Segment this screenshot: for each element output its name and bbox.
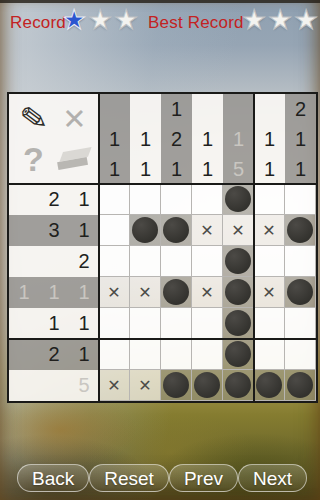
cell-r7c2[interactable]: ✕	[130, 370, 161, 401]
cell-r3c7[interactable]	[285, 246, 316, 277]
filled-dot-icon	[256, 372, 282, 398]
col-clue-4: 11	[192, 94, 223, 184]
cell-r6c7[interactable]	[285, 339, 316, 370]
prev-button[interactable]: Prev	[169, 464, 238, 492]
cell-r2c3[interactable]	[161, 215, 192, 246]
row-clue-number: 1	[69, 215, 99, 246]
filled-dot-icon	[163, 217, 189, 243]
cell-r7c7[interactable]	[285, 370, 316, 401]
col-clue-number: 2	[285, 94, 316, 124]
row-clue-7: 5	[9, 370, 99, 401]
cell-r1c1[interactable]	[99, 184, 130, 215]
cell-r5c7[interactable]	[285, 308, 316, 339]
cross-mark-icon: ✕	[107, 283, 120, 302]
screen: Record ★★★ Best Record ★★★ ✎ ✕ ? 1111121	[0, 0, 320, 500]
cell-r3c4[interactable]	[192, 246, 223, 277]
row-clue-number	[9, 370, 39, 401]
row-clue-1: 21	[9, 184, 99, 215]
col-clue-5: 15	[223, 94, 254, 184]
filled-dot-icon	[287, 217, 313, 243]
row-clue-number: 2	[69, 246, 99, 277]
cell-r3c1[interactable]	[99, 246, 130, 277]
thick-line-after-col5	[253, 94, 255, 401]
cell-r4c3[interactable]	[161, 277, 192, 308]
filled-dot-icon	[225, 341, 251, 367]
col-clue-number: 1	[99, 124, 130, 154]
cell-r1c4[interactable]	[192, 184, 223, 215]
mark-x-tool[interactable]: ✕	[55, 99, 95, 139]
cell-r5c6[interactable]	[254, 308, 285, 339]
cell-r5c1[interactable]	[99, 308, 130, 339]
eraser-icon	[55, 147, 94, 173]
col-clue-number: 1	[130, 124, 161, 154]
filled-dot-icon	[287, 279, 313, 305]
row-clue-number: 1	[69, 184, 99, 215]
record-stars: ★★★	[61, 5, 139, 35]
cell-r7c4[interactable]	[192, 370, 223, 401]
cross-mark-icon: ✕	[262, 283, 275, 302]
white-star-icon: ★	[113, 5, 139, 35]
cell-r1c5[interactable]	[223, 184, 254, 215]
cell-r6c1[interactable]	[99, 339, 130, 370]
col-clue-7: 211	[285, 94, 316, 184]
row-clue-5: 11	[9, 308, 99, 339]
row-clue-number: 1	[9, 277, 39, 308]
filled-dot-icon	[225, 279, 251, 305]
cell-r6c2[interactable]	[130, 339, 161, 370]
button-bar: Back Reset Prev Next	[0, 464, 320, 492]
cell-r3c3[interactable]	[161, 246, 192, 277]
thick-line-after-clue-col	[98, 94, 100, 401]
filled-dot-icon	[225, 372, 251, 398]
question-icon: ?	[23, 140, 44, 179]
row-clue-number	[9, 308, 39, 339]
row-clue-number: 1	[69, 308, 99, 339]
cell-r4c4[interactable]: ✕	[192, 277, 223, 308]
col-clue-number: 1	[192, 154, 223, 184]
next-button[interactable]: Next	[238, 464, 307, 492]
fill-tool[interactable]: ✎	[14, 99, 54, 139]
col-clue-number: 1	[285, 124, 316, 154]
col-clue-number: 1	[99, 154, 130, 184]
cell-r1c6[interactable]	[254, 184, 285, 215]
thick-line-after-clue-row	[9, 183, 316, 185]
cell-r6c5[interactable]	[223, 339, 254, 370]
row-clue-number: 2	[39, 339, 69, 370]
cell-r1c2[interactable]	[130, 184, 161, 215]
eraser-tool[interactable]	[55, 140, 95, 180]
cell-r7c5[interactable]	[223, 370, 254, 401]
row-clue-number: 1	[39, 277, 69, 308]
col-clue-number: 1	[161, 94, 192, 124]
col-clue-number: 1	[161, 154, 192, 184]
cross-mark-icon: ✕	[138, 283, 151, 302]
filled-dot-icon	[163, 372, 189, 398]
col-clue-number	[130, 94, 161, 124]
col-clue-number	[192, 94, 223, 124]
cell-r6c6[interactable]	[254, 339, 285, 370]
white-star-icon: ★	[293, 5, 319, 35]
col-clue-2: 11	[130, 94, 161, 184]
pencil-icon: ✎	[17, 97, 50, 139]
filled-dot-icon	[225, 186, 251, 212]
cell-r7c1[interactable]: ✕	[99, 370, 130, 401]
col-clue-3: 121	[161, 94, 192, 184]
filled-dot-icon	[225, 310, 251, 336]
x-mark-icon: ✕	[62, 102, 86, 136]
row-clue-2: 31	[9, 215, 99, 246]
board: ✎ ✕ ? 11111211115112112131✕✕✕2111✕✕✕✕112…	[7, 92, 318, 403]
reset-button[interactable]: Reset	[89, 464, 169, 492]
cross-mark-icon: ✕	[200, 221, 213, 240]
col-clue-number: 1	[192, 124, 223, 154]
cross-mark-icon: ✕	[262, 221, 275, 240]
cell-r2c2[interactable]	[130, 215, 161, 246]
cell-r4c5[interactable]	[223, 277, 254, 308]
cross-mark-icon: ✕	[231, 221, 244, 240]
white-star-icon: ★	[241, 5, 267, 35]
white-star-icon: ★	[87, 5, 113, 35]
cell-r2c1[interactable]	[99, 215, 130, 246]
col-clue-number: 1	[130, 154, 161, 184]
cell-r1c3[interactable]	[161, 184, 192, 215]
cross-mark-icon: ✕	[200, 283, 213, 302]
cell-r2c7[interactable]	[285, 215, 316, 246]
row-clue-number: 5	[69, 370, 99, 401]
cell-r4c6[interactable]: ✕	[254, 277, 285, 308]
row-clue-6: 21	[9, 339, 99, 370]
cell-r4c2[interactable]: ✕	[130, 277, 161, 308]
row-clue-number	[9, 339, 39, 370]
blue-star-icon: ★	[61, 5, 87, 35]
cell-r7c3[interactable]	[161, 370, 192, 401]
record-bar: Record ★★★ Best Record ★★★	[0, 0, 320, 50]
cell-r3c6[interactable]	[254, 246, 285, 277]
col-clue-1: 11	[99, 94, 130, 184]
hint-tool[interactable]: ?	[14, 140, 54, 180]
filled-dot-icon	[132, 217, 158, 243]
cell-r2c6[interactable]: ✕	[254, 215, 285, 246]
row-clue-3: 2	[9, 246, 99, 277]
row-clue-4: 111	[9, 277, 99, 308]
col-clue-number: 2	[161, 124, 192, 154]
best-record-stars: ★★★	[241, 5, 319, 35]
cell-r5c5[interactable]	[223, 308, 254, 339]
cell-r2c4[interactable]: ✕	[192, 215, 223, 246]
row-clue-number	[39, 246, 69, 277]
col-clue-number: 1	[285, 154, 316, 184]
row-clue-number: 1	[39, 308, 69, 339]
col-clue-number	[99, 94, 130, 124]
cell-r6c4[interactable]	[192, 339, 223, 370]
cell-r4c1[interactable]: ✕	[99, 277, 130, 308]
row-clue-number: 2	[39, 184, 69, 215]
record-label: Record	[10, 13, 66, 33]
back-button[interactable]: Back	[17, 464, 89, 492]
filled-dot-icon	[287, 372, 313, 398]
cross-mark-icon: ✕	[107, 376, 120, 395]
filled-dot-icon	[225, 248, 251, 274]
row-clue-number	[9, 246, 39, 277]
row-clue-number: 1	[69, 339, 99, 370]
col-clue-number: 1	[223, 124, 254, 154]
col-clue-6: 11	[254, 94, 285, 184]
filled-dot-icon	[163, 279, 189, 305]
cell-r5c4[interactable]	[192, 308, 223, 339]
best-record-label: Best Record	[148, 13, 244, 33]
cell-r6c3[interactable]	[161, 339, 192, 370]
cell-r2c5[interactable]: ✕	[223, 215, 254, 246]
row-clue-number	[9, 215, 39, 246]
thick-line-after-row5	[9, 338, 316, 340]
tool-panel: ✎ ✕ ?	[9, 94, 99, 184]
cell-r1c7[interactable]	[285, 184, 316, 215]
cell-r5c2[interactable]	[130, 308, 161, 339]
col-clue-number: 1	[254, 154, 285, 184]
row-clue-number: 1	[69, 277, 99, 308]
col-clue-number	[223, 94, 254, 124]
filled-dot-icon	[194, 372, 220, 398]
row-clue-number: 3	[39, 215, 69, 246]
col-clue-number: 1	[254, 124, 285, 154]
col-clue-number: 5	[223, 154, 254, 184]
row-clue-number	[9, 184, 39, 215]
cross-mark-icon: ✕	[138, 376, 151, 395]
cell-r3c5[interactable]	[223, 246, 254, 277]
cell-r4c7[interactable]	[285, 277, 316, 308]
cell-r3c2[interactable]	[130, 246, 161, 277]
row-clue-number	[39, 370, 69, 401]
white-star-icon: ★	[267, 5, 293, 35]
cell-r5c3[interactable]	[161, 308, 192, 339]
col-clue-number	[254, 94, 285, 124]
cell-r7c6[interactable]	[254, 370, 285, 401]
